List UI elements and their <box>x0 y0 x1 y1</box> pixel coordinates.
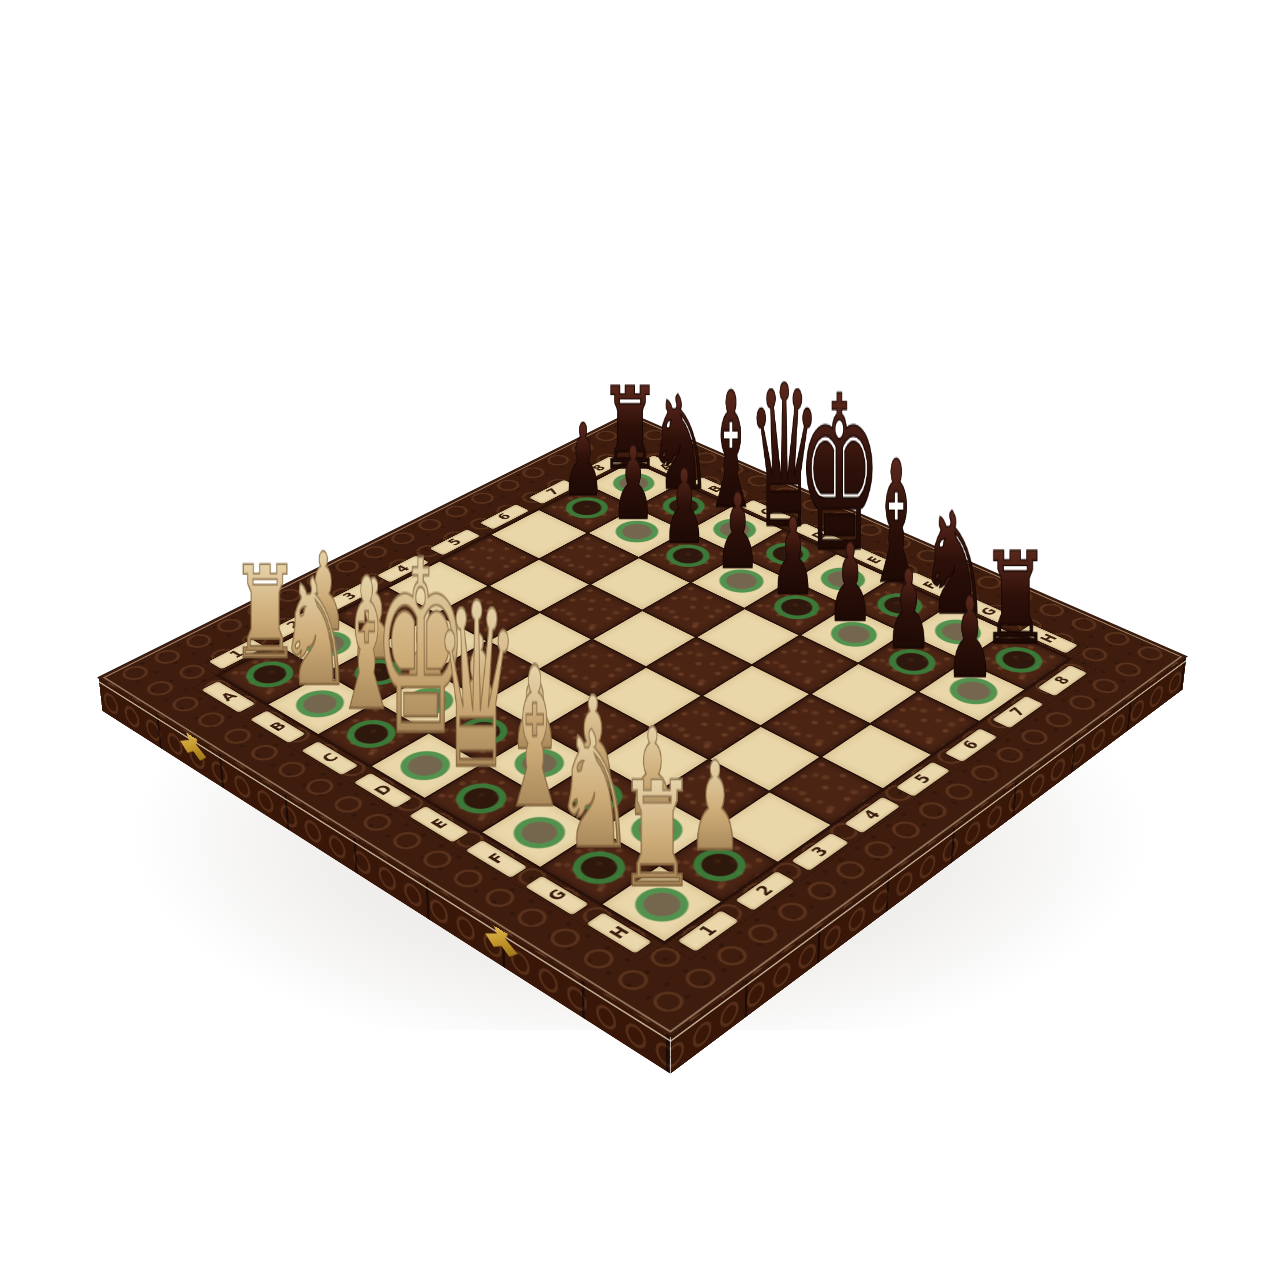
coordinate-label: 7 <box>543 487 563 497</box>
piece-white-rook-h1[interactable]: ♜ <box>618 762 697 908</box>
pieces-layer: ♜♞♝♛♚♝♞♜♟♟♟♟♟♟♟♟♟♟♟♟♟♟♟♟♜♞♝♚♛♝♞♜ <box>216 460 1072 944</box>
piece-black-pawn-h7[interactable]: ♟ <box>946 582 993 693</box>
coordinate-label: 3 <box>807 844 833 859</box>
chess-board: ABCDEFGH ABCDEFGH 87654321 87654321 ♜♞♝♛… <box>98 413 1186 1036</box>
piece-black-pawn-g7[interactable]: ♟ <box>886 555 933 664</box>
piece-black-pawn-c7[interactable]: ♟ <box>663 456 707 558</box>
product-photo-canvas: ABCDEFGH ABCDEFGH 87654321 87654321 ♜♞♝♛… <box>0 0 1280 1280</box>
piece-black-pawn-e7[interactable]: ♟ <box>771 504 816 609</box>
piece-black-pawn-f7[interactable]: ♟ <box>827 529 873 636</box>
coordinate-label: F <box>484 851 509 866</box>
scene: ABCDEFGH ABCDEFGH 87654321 87654321 ♜♞♝♛… <box>0 0 1280 1280</box>
piece-black-pawn-d7[interactable]: ♟ <box>716 479 760 583</box>
coordinate-label: G <box>543 886 570 903</box>
piece-black-pawn-b7[interactable]: ♟ <box>612 433 655 533</box>
piece-black-pawn-a7[interactable]: ♟ <box>562 411 604 510</box>
